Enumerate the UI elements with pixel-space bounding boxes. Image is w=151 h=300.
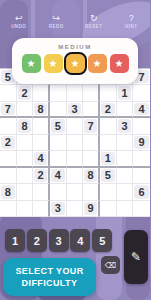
undo-label: UNDO: [11, 24, 26, 29]
cell-digit: 2: [5, 136, 11, 148]
cell-r4c7[interactable]: [100, 118, 117, 134]
hint-icon: ?: [129, 13, 134, 23]
reset-label: RESET: [85, 24, 103, 29]
cell-r5c4[interactable]: [50, 135, 67, 151]
difficulty-star-row: ★★★★★: [22, 54, 129, 73]
sudoku-board: 5721783248573294124858639: [0, 68, 150, 217]
cell-r5c7[interactable]: [100, 135, 117, 151]
cell-r9c6[interactable]: 9: [83, 201, 100, 217]
cell-r8c7[interactable]: [100, 184, 117, 200]
pencil-mode-button[interactable]: ✎: [124, 230, 148, 284]
numpad-5-button[interactable]: 5: [92, 229, 112, 252]
cell-r3c1[interactable]: 7: [0, 102, 17, 118]
cell-r3c8[interactable]: [117, 102, 134, 118]
reset-icon: ↻: [90, 13, 98, 23]
cell-digit: 7: [5, 103, 11, 115]
cell-r7c5[interactable]: [67, 168, 84, 184]
cell-digit: 7: [139, 71, 145, 83]
numpad-3-button[interactable]: 3: [49, 229, 69, 252]
toolbar-hint-button[interactable]: ?HINT: [113, 13, 151, 29]
select-difficulty-tooltip: SELECT YOUR DIFFICULTY: [3, 258, 96, 296]
cell-r2c1[interactable]: [0, 85, 17, 101]
cell-r5c5[interactable]: [67, 135, 84, 151]
difficulty-star-level-2[interactable]: ★: [44, 54, 63, 73]
star-icon: ★: [115, 58, 124, 69]
toolbar: ↩UNDO↪REDO↻RESET?HINT: [0, 13, 150, 29]
cell-r2c2[interactable]: 2: [17, 85, 34, 101]
cell-digit: 1: [121, 87, 127, 99]
cell-r2c9[interactable]: [133, 85, 150, 101]
cell-r8c1[interactable]: 8: [0, 184, 17, 200]
cell-r3c7[interactable]: 2: [100, 102, 117, 118]
cell-digit: 4: [139, 103, 145, 115]
cell-r9c9[interactable]: [133, 201, 150, 217]
cell-r8c6[interactable]: [83, 184, 100, 200]
cell-r3c3[interactable]: 8: [33, 102, 50, 118]
cell-r4c4[interactable]: 5: [50, 118, 67, 134]
cell-r8c5[interactable]: [67, 184, 84, 200]
cell-r8c8[interactable]: [117, 184, 134, 200]
cell-digit: 8: [88, 169, 94, 181]
cell-r5c1[interactable]: 2: [0, 135, 17, 151]
cell-r2c4[interactable]: [50, 85, 67, 101]
cell-r4c2[interactable]: 8: [17, 118, 34, 134]
star-icon: ★: [49, 58, 58, 69]
cell-r4c8[interactable]: 3: [117, 118, 134, 134]
cell-r7c7[interactable]: 5: [100, 168, 117, 184]
cell-r8c4[interactable]: [50, 184, 67, 200]
cell-r9c3[interactable]: [33, 201, 50, 217]
toolbar-undo-button[interactable]: ↩UNDO: [0, 13, 38, 29]
cell-digit: 5: [5, 71, 11, 83]
cell-r7c2[interactable]: [17, 168, 34, 184]
cell-r5c3[interactable]: [33, 135, 50, 151]
cell-r9c5[interactable]: [67, 201, 84, 217]
pencil-icon: ✎: [131, 250, 141, 264]
cell-digit: 4: [55, 169, 61, 181]
cell-digit: 6: [139, 186, 145, 198]
cell-digit: 2: [21, 87, 27, 99]
cell-r2c8[interactable]: 1: [117, 85, 134, 101]
star-icon: ★: [71, 58, 80, 69]
cell-r3c4[interactable]: [50, 102, 67, 118]
cell-r4c6[interactable]: 7: [83, 118, 100, 134]
numpad-2-button[interactable]: 2: [27, 229, 47, 252]
cell-r8c2[interactable]: [17, 184, 34, 200]
cell-r6c8[interactable]: [117, 151, 134, 167]
cell-digit: 3: [121, 120, 127, 132]
cell-r3c6[interactable]: [83, 102, 100, 118]
cell-digit: 3: [55, 202, 61, 214]
cell-r7c4[interactable]: 4: [50, 168, 67, 184]
cell-r6c6[interactable]: [83, 151, 100, 167]
cell-r7c8[interactable]: [117, 168, 134, 184]
cell-r6c3[interactable]: 4: [33, 151, 50, 167]
cell-r9c8[interactable]: [117, 201, 134, 217]
cell-digit: 8: [21, 120, 27, 132]
cell-digit: 3: [71, 103, 77, 115]
cell-r7c3[interactable]: 2: [33, 168, 50, 184]
cell-r7c6[interactable]: 8: [83, 168, 100, 184]
cell-digit: 5: [105, 169, 111, 181]
cell-r4c5[interactable]: [67, 118, 84, 134]
difficulty-star-level-4[interactable]: ★: [88, 54, 107, 73]
cell-r2c3[interactable]: [33, 85, 50, 101]
cell-r3c2[interactable]: [17, 102, 34, 118]
redo-icon: ↪: [52, 13, 60, 23]
cell-digit: 9: [139, 136, 145, 148]
cell-r6c4[interactable]: [50, 151, 67, 167]
cell-r4c3[interactable]: [33, 118, 50, 134]
cell-digit: 5: [55, 120, 61, 132]
cell-r6c7[interactable]: 1: [100, 151, 117, 167]
cell-r9c4[interactable]: 3: [50, 201, 67, 217]
cell-r3c9[interactable]: 4: [133, 102, 150, 118]
redo-label: REDO: [49, 24, 64, 29]
star-icon: ★: [27, 58, 36, 69]
cell-r9c2[interactable]: [17, 201, 34, 217]
cell-r8c3[interactable]: [33, 184, 50, 200]
cell-r9c7[interactable]: [100, 201, 117, 217]
cell-r6c2[interactable]: [17, 151, 34, 167]
cell-r5c9[interactable]: 9: [133, 135, 150, 151]
difficulty-star-level-5[interactable]: ★: [110, 54, 129, 73]
cell-r2c7[interactable]: [100, 85, 117, 101]
tooltip-line2: DIFFICULTY: [22, 277, 78, 289]
cell-digit: 1: [105, 152, 111, 164]
cell-digit: 7: [88, 120, 94, 132]
difficulty-title: MEDIUM: [58, 44, 91, 50]
toolbar-reset-button[interactable]: ↻RESET: [75, 13, 113, 29]
numpad: 12345: [5, 229, 112, 252]
cell-r2c6[interactable]: [83, 85, 100, 101]
cell-r6c5[interactable]: [67, 151, 84, 167]
difficulty-star-level-1[interactable]: ★: [22, 54, 41, 73]
cell-r7c1[interactable]: [0, 168, 17, 184]
cell-r6c1[interactable]: [0, 151, 17, 167]
toolbar-redo-button[interactable]: ↪REDO: [38, 13, 76, 29]
hint-label: HINT: [125, 24, 138, 29]
cell-digit: 8: [38, 103, 44, 115]
cell-r6c9[interactable]: [133, 151, 150, 167]
cell-r5c8[interactable]: [117, 135, 134, 151]
cell-digit: 2: [105, 103, 111, 115]
cell-r2c5[interactable]: [67, 85, 84, 101]
tooltip-line1: SELECT YOUR: [15, 265, 83, 277]
cell-r4c9[interactable]: [133, 118, 150, 134]
cell-digit: 4: [38, 152, 44, 164]
cell-digit: 2: [38, 169, 44, 181]
numpad-4-button[interactable]: 4: [70, 229, 90, 252]
star-icon: ★: [93, 58, 102, 69]
cell-r8c9[interactable]: 6: [133, 184, 150, 200]
cell-r9c1[interactable]: [0, 201, 17, 217]
cell-digit: 8: [5, 186, 11, 198]
erase-button[interactable]: ⌫: [101, 256, 120, 274]
numpad-1-button[interactable]: 1: [5, 229, 25, 252]
difficulty-card: MEDIUM ★★★★★: [12, 38, 138, 84]
erase-icon: ⌫: [105, 261, 116, 270]
cell-r7c9[interactable]: [133, 168, 150, 184]
undo-icon: ↩: [15, 13, 23, 23]
cell-digit: 9: [88, 202, 94, 214]
cell-r5c6[interactable]: [83, 135, 100, 151]
cell-r4c1[interactable]: [0, 118, 17, 134]
difficulty-star-level-3[interactable]: ★: [66, 54, 85, 73]
cell-r3c5[interactable]: 3: [67, 102, 84, 118]
cell-r5c2[interactable]: [17, 135, 34, 151]
